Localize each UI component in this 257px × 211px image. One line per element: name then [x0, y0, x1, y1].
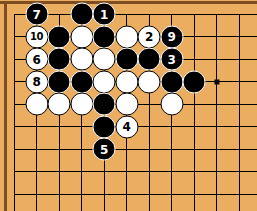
board-point[interactable] — [3, 138, 26, 161]
black-stone: 7 — [25, 3, 48, 26]
board-point[interactable] — [25, 183, 48, 206]
board-point[interactable] — [183, 3, 206, 26]
white-stone — [93, 48, 116, 71]
board-point[interactable] — [228, 183, 251, 206]
board-point[interactable] — [70, 183, 93, 206]
board-point[interactable] — [93, 25, 116, 48]
board-point[interactable]: 7 — [25, 3, 48, 26]
board-point[interactable] — [138, 115, 161, 138]
black-stone: 3 — [160, 48, 183, 71]
board-point[interactable] — [93, 48, 116, 71]
black-stone — [138, 48, 161, 71]
board-point[interactable] — [115, 70, 138, 93]
board-point[interactable] — [205, 70, 228, 93]
board-point[interactable] — [160, 3, 183, 26]
board-point[interactable] — [228, 70, 251, 93]
white-stone — [160, 93, 183, 116]
board-point[interactable] — [48, 48, 71, 71]
board-point[interactable] — [48, 3, 71, 26]
board-point[interactable] — [138, 48, 161, 71]
board-point[interactable] — [138, 70, 161, 93]
board-point[interactable]: 10 — [25, 25, 48, 48]
board-point[interactable] — [3, 93, 26, 116]
white-stone — [115, 25, 138, 48]
board-point[interactable] — [138, 183, 161, 206]
move-number: 5 — [100, 143, 108, 155]
black-stone — [48, 25, 71, 48]
black-stone — [48, 70, 71, 93]
move-number: 7 — [33, 8, 41, 20]
board-point[interactable] — [3, 48, 26, 71]
white-stone — [138, 70, 161, 93]
board-point[interactable] — [228, 25, 251, 48]
board-point[interactable] — [205, 48, 228, 71]
board-point[interactable] — [70, 48, 93, 71]
board-point[interactable] — [228, 3, 251, 26]
board-point[interactable] — [138, 93, 161, 116]
board-point[interactable] — [205, 93, 228, 116]
board-point[interactable] — [138, 3, 161, 26]
board-point[interactable] — [228, 160, 251, 183]
board-point[interactable]: 6 — [25, 48, 48, 71]
board-point[interactable] — [183, 138, 206, 161]
move-number: 2 — [145, 31, 153, 43]
board-point[interactable]: 3 — [160, 48, 183, 71]
black-stone — [93, 115, 116, 138]
board-point[interactable] — [138, 160, 161, 183]
white-stone: 10 — [25, 25, 48, 48]
white-stone — [70, 48, 93, 71]
board-point[interactable] — [183, 115, 206, 138]
board-point[interactable] — [25, 115, 48, 138]
board-point[interactable] — [160, 183, 183, 206]
black-stone — [93, 93, 116, 116]
move-number: 6 — [33, 53, 41, 65]
board-point[interactable] — [160, 138, 183, 161]
board-point[interactable]: 2 — [138, 25, 161, 48]
board-point[interactable] — [70, 25, 93, 48]
white-stone — [48, 93, 71, 116]
board-point[interactable] — [93, 183, 116, 206]
board-point[interactable] — [115, 3, 138, 26]
board-point[interactable] — [115, 138, 138, 161]
board-point[interactable] — [3, 70, 26, 93]
move-number: 1 — [100, 8, 108, 20]
board-point[interactable] — [183, 183, 206, 206]
board-point[interactable] — [183, 160, 206, 183]
white-stone: 8 — [25, 70, 48, 93]
white-stone: 6 — [25, 48, 48, 71]
board-point[interactable] — [183, 70, 206, 93]
board-point[interactable]: 5 — [93, 138, 116, 161]
board-point[interactable] — [160, 160, 183, 183]
black-stone: 1 — [93, 3, 116, 26]
board-point[interactable] — [205, 183, 228, 206]
board-point[interactable] — [48, 70, 71, 93]
black-stone — [93, 25, 116, 48]
board-point[interactable] — [205, 115, 228, 138]
board-point[interactable] — [183, 93, 206, 116]
board-point[interactable] — [93, 93, 116, 116]
white-stone: 2 — [138, 25, 161, 48]
white-stone — [115, 70, 138, 93]
board-point[interactable] — [93, 160, 116, 183]
move-number: 9 — [168, 31, 176, 43]
board-point[interactable]: 1 — [93, 3, 116, 26]
board-point[interactable] — [93, 70, 116, 93]
board-point[interactable] — [115, 160, 138, 183]
board-point[interactable] — [48, 93, 71, 116]
black-stone — [48, 48, 71, 71]
move-number: 10 — [30, 32, 43, 42]
board-point[interactable] — [3, 3, 26, 26]
board-point[interactable] — [115, 183, 138, 206]
black-stone — [115, 48, 138, 71]
move-number: 8 — [33, 76, 41, 88]
board-point[interactable] — [183, 48, 206, 71]
black-stone: 9 — [160, 25, 183, 48]
board-point[interactable] — [70, 3, 93, 26]
board-point[interactable] — [25, 93, 48, 116]
board-point[interactable] — [48, 25, 71, 48]
black-stone — [70, 70, 93, 93]
board-point[interactable] — [160, 93, 183, 116]
board-point[interactable] — [48, 160, 71, 183]
board-point[interactable] — [70, 160, 93, 183]
black-stone — [70, 3, 93, 26]
board-point[interactable] — [48, 183, 71, 206]
board-point[interactable] — [205, 138, 228, 161]
black-stone: 5 — [93, 138, 116, 161]
board-point[interactable] — [70, 138, 93, 161]
board-point[interactable] — [3, 183, 26, 206]
white-stone: 4 — [115, 115, 138, 138]
board-point[interactable] — [48, 138, 71, 161]
board-point[interactable] — [205, 25, 228, 48]
board-point[interactable] — [70, 70, 93, 93]
board-point[interactable] — [25, 138, 48, 161]
white-stone — [70, 25, 93, 48]
board-point[interactable] — [115, 48, 138, 71]
board-point[interactable] — [3, 115, 26, 138]
board-point[interactable] — [3, 25, 26, 48]
board-point[interactable]: 8 — [25, 70, 48, 93]
white-stone — [70, 93, 93, 116]
white-stone — [115, 93, 138, 116]
board-point[interactable] — [93, 115, 116, 138]
board-point[interactable]: 4 — [115, 115, 138, 138]
board-point[interactable] — [183, 25, 206, 48]
white-stone — [93, 70, 116, 93]
board-point[interactable] — [70, 93, 93, 116]
board-point[interactable] — [25, 160, 48, 183]
star-point-marker — [214, 79, 219, 84]
board-point[interactable] — [115, 25, 138, 48]
move-number: 3 — [168, 53, 176, 65]
move-number: 4 — [123, 121, 131, 133]
board-point[interactable] — [228, 138, 251, 161]
black-stone — [183, 70, 206, 93]
board-point[interactable] — [48, 115, 71, 138]
board-point[interactable] — [205, 160, 228, 183]
board-point[interactable] — [138, 138, 161, 161]
board-point[interactable] — [228, 115, 251, 138]
go-board: 71102963845 — [3, 3, 251, 206]
board-point[interactable]: 9 — [160, 25, 183, 48]
board-point[interactable] — [228, 48, 251, 71]
white-stone — [25, 93, 48, 116]
board-point[interactable] — [205, 3, 228, 26]
black-stone — [160, 70, 183, 93]
board-point[interactable] — [70, 115, 93, 138]
board-point[interactable] — [115, 93, 138, 116]
board-point[interactable] — [160, 70, 183, 93]
board-point[interactable] — [228, 93, 251, 116]
board-point[interactable] — [160, 115, 183, 138]
board-point[interactable] — [3, 160, 26, 183]
